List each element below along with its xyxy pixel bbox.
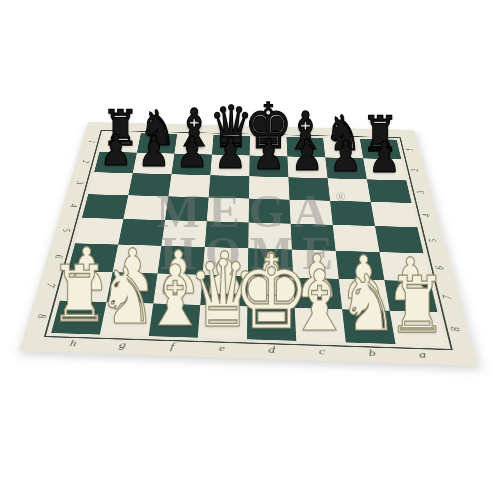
square-b1 [323,138,363,159]
square-a4 [371,202,418,227]
square-e2 [210,155,249,177]
square-g5 [118,219,165,246]
rank-label-right-4: 4 [420,213,433,216]
square-a6 [380,252,431,282]
file-label-h: h [69,338,78,349]
square-f1 [174,134,213,154]
square-h5 [75,218,123,245]
chess-mat: h11g22f33e44d55c66b77a88 [19,122,478,366]
square-e1 [212,135,250,155]
square-c3 [288,177,330,200]
rank-label-right-8: 8 [448,327,463,332]
square-e8 [198,305,248,339]
square-f3 [168,174,210,197]
file-label-a: a [418,349,427,360]
square-d7 [247,276,294,308]
square-b7 [339,279,390,311]
square-f6 [158,246,205,275]
rank-label-right-2: 2 [409,169,421,172]
file-label-g: g [118,339,127,350]
square-d2 [249,155,288,177]
square-e4 [207,197,249,222]
rank-label-left-4: 4 [67,204,80,207]
file-label-e: e [219,342,226,353]
chess-board-grid [51,132,445,345]
square-h4 [82,194,128,219]
square-g3 [128,173,171,196]
square-g8 [100,302,153,336]
rank-label-left-7: 7 [43,283,57,287]
square-e7 [200,275,248,307]
square-h1 [100,132,141,152]
rank-label-left-8: 8 [34,314,49,319]
square-h8 [51,301,106,335]
square-d1 [250,136,288,156]
square-d6 [248,248,293,277]
file-label-b: b [368,347,376,358]
square-g6 [113,245,162,274]
square-a1 [360,139,401,160]
square-h7 [60,271,113,302]
coordinate-labels: h11g22f33e44d55c66b77a88 [88,122,414,130]
file-label-d: d [268,344,275,355]
square-e3 [209,175,250,198]
square-f8 [149,303,201,337]
square-d3 [249,176,289,199]
square-c1 [286,137,325,157]
square-h2 [94,152,137,174]
square-h6 [68,243,118,272]
file-label-c: c [318,346,325,357]
square-c2 [287,156,327,178]
square-e6 [203,247,249,276]
square-a7 [384,280,437,312]
square-f4 [165,196,209,221]
square-a2 [363,158,406,180]
rank-label-right-7: 7 [440,295,455,299]
square-b6 [336,251,385,280]
square-g7 [106,272,157,303]
square-c5 [291,224,336,251]
rank-label-right-1: 1 [404,148,416,151]
square-c8 [295,308,346,343]
square-d5 [248,223,292,250]
square-f7 [153,273,202,304]
rank-label-right-5: 5 [426,239,439,243]
square-b4 [330,201,375,226]
square-a5 [375,226,424,253]
rank-label-left-3: 3 [74,181,86,184]
square-b5 [333,225,380,252]
square-b3 [328,178,371,202]
square-b2 [325,157,367,179]
square-f5 [161,220,206,247]
rank-label-right-3: 3 [414,190,426,193]
rank-label-left-2: 2 [80,160,92,163]
square-c6 [292,250,339,279]
square-f2 [171,154,211,176]
square-g2 [133,153,175,175]
rank-label-left-1: 1 [86,140,97,143]
square-b8 [342,309,395,344]
square-c7 [293,278,342,310]
square-a8 [390,311,446,346]
square-d4 [249,199,291,224]
square-e5 [205,221,249,248]
file-label-f: f [170,341,175,352]
chess-set-photo: h11g22f33e44d55c66b77a88 MEGA® HOME ИН… … [0,0,500,500]
square-d8 [247,306,296,340]
rank-label-left-5: 5 [60,228,73,232]
square-a3 [367,179,412,203]
square-c4 [289,200,332,225]
square-g4 [123,195,168,220]
rank-label-right-6: 6 [433,266,447,270]
rank-label-left-6: 6 [52,254,66,258]
square-h3 [88,172,133,195]
square-g1 [137,133,177,153]
